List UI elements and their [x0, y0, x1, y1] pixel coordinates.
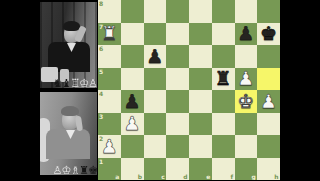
chess-board: 87♜♟♚6♟5♜♟4♟♚♟3♟2♟1abcdefgh: [98, 0, 280, 180]
square-c2: [144, 135, 167, 158]
square-d2: [166, 135, 189, 158]
bottom-player-photo: ♙♔♗♜♚: [40, 92, 97, 175]
square-b1: b: [121, 158, 144, 181]
square-g8: [235, 0, 258, 23]
light-piece-silhouettes: ♖♔♙: [70, 77, 97, 88]
square-e7: [189, 23, 212, 46]
video-frame: ♞♝♖♔♙ ♙♔♗♜♚ 87♜♟♚6♟5♜♟4♟♚♟3♟2♟1abcdefgh: [0, 0, 320, 180]
piece-wK-g4: ♚: [235, 90, 258, 113]
square-a8: 8: [98, 0, 121, 23]
square-b5: [121, 68, 144, 91]
square-f2: [212, 135, 235, 158]
square-b8: [121, 0, 144, 23]
square-f3: [212, 113, 235, 136]
piece-wR-a7: ♜: [98, 23, 121, 46]
square-g1: g: [235, 158, 258, 181]
rank-label-5: 5: [99, 69, 103, 75]
square-e1: e: [189, 158, 212, 181]
square-c6: ♟: [144, 45, 167, 68]
square-g4: ♚: [235, 90, 258, 113]
file-label-h: h: [274, 174, 278, 180]
square-d4: [166, 90, 189, 113]
rank-label-3: 3: [99, 114, 103, 120]
square-e6: [189, 45, 212, 68]
square-c3: [144, 113, 167, 136]
square-h6: [257, 45, 280, 68]
square-g3: [235, 113, 258, 136]
square-h8: [257, 0, 280, 23]
square-h2: [257, 135, 280, 158]
foreground-chess-pieces: ♙♔♗♜♚: [53, 164, 97, 175]
square-b4: ♟: [121, 90, 144, 113]
piece-bR-f5: ♜: [212, 68, 235, 91]
square-e8: [189, 0, 212, 23]
square-d3: [166, 113, 189, 136]
square-f6: [212, 45, 235, 68]
piece-bP-b4: ♟: [121, 90, 144, 113]
piece-wP-h4: ♟: [257, 90, 280, 113]
square-c1: c: [144, 158, 167, 181]
piece-wP-g5: ♟: [235, 68, 258, 91]
square-a2: 2♟: [98, 135, 121, 158]
file-label-d: d: [183, 174, 187, 180]
square-e5: [189, 68, 212, 91]
square-c5: [144, 68, 167, 91]
square-f1: f: [212, 158, 235, 181]
square-c7: [144, 23, 167, 46]
rank-label-8: 8: [99, 1, 103, 7]
rank-label-1: 1: [99, 159, 103, 165]
file-label-b: b: [138, 174, 142, 180]
square-b2: [121, 135, 144, 158]
square-g6: [235, 45, 258, 68]
foreground-chess-pieces: ♞♝♖♔♙: [53, 77, 97, 88]
rank-label-4: 4: [99, 91, 103, 97]
square-f7: [212, 23, 235, 46]
square-h7: ♚: [257, 23, 280, 46]
square-c4: [144, 90, 167, 113]
player-hair: [61, 106, 79, 116]
square-d1: d: [166, 158, 189, 181]
square-a4: 4: [98, 90, 121, 113]
square-b6: [121, 45, 144, 68]
light-piece-silhouettes: ♙♔♗: [53, 164, 80, 175]
square-a3: 3: [98, 113, 121, 136]
square-a1: 1a: [98, 158, 121, 181]
piece-bK-h7: ♚: [257, 23, 280, 46]
square-a5: 5: [98, 68, 121, 91]
square-d8: [166, 0, 189, 23]
square-e2: [189, 135, 212, 158]
square-g2: [235, 135, 258, 158]
square-f4: [212, 90, 235, 113]
file-label-g: g: [251, 174, 255, 180]
square-e4: [189, 90, 212, 113]
file-label-a: a: [115, 174, 119, 180]
square-d6: [166, 45, 189, 68]
square-g5: ♟: [235, 68, 258, 91]
square-h4: ♟: [257, 90, 280, 113]
dark-piece-silhouettes: ♜♚: [79, 164, 97, 175]
square-e3: [189, 113, 212, 136]
dark-piece-silhouettes: ♞♝: [53, 77, 71, 88]
top-player-photo: ♞♝♖♔♙: [40, 2, 97, 88]
square-a6: 6: [98, 45, 121, 68]
square-f5: ♜: [212, 68, 235, 91]
square-d5: [166, 68, 189, 91]
file-label-f: f: [230, 174, 233, 180]
square-c8: [144, 0, 167, 23]
square-a7: 7♜: [98, 23, 121, 46]
file-label-e: e: [206, 174, 210, 180]
square-g7: ♟: [235, 23, 258, 46]
square-h3: [257, 113, 280, 136]
square-f8: [212, 0, 235, 23]
piece-bP-g7: ♟: [235, 23, 258, 46]
square-h1: h: [257, 158, 280, 181]
piece-wP-b3: ♟: [121, 113, 144, 136]
square-d7: [166, 23, 189, 46]
file-label-c: c: [161, 174, 165, 180]
piece-wP-a2: ♟: [98, 135, 121, 158]
square-b7: [121, 23, 144, 46]
rank-label-6: 6: [99, 46, 103, 52]
square-b3: ♟: [121, 113, 144, 136]
piece-bP-c6: ♟: [144, 45, 167, 68]
square-h5: [257, 68, 280, 91]
